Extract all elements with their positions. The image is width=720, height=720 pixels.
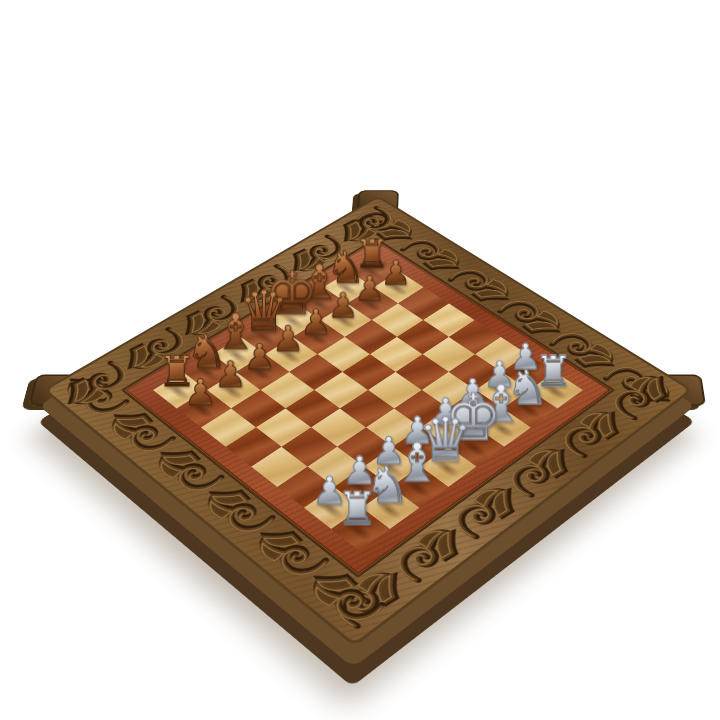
chess-board: ♜♟♟♜♞♟♟♞♝♟♟♝♚♟♟♚♛♟♟♛♝♟♟♝♞♟♟♞♜♟♟♜ — [43, 196, 694, 647]
product-photo-stage: ♜♟♟♜♞♟♟♞♝♟♟♝♚♟♟♚♛♟♟♛♝♟♟♝♞♟♟♞♜♟♟♜ — [0, 0, 720, 720]
black-pawn[interactable]: ♟ — [165, 376, 236, 411]
white-rook[interactable]: ♜ — [319, 488, 395, 531]
perspective-scene: ♜♟♟♜♞♟♟♞♝♟♟♝♚♟♟♚♛♟♟♛♝♟♟♝♞♟♟♞♜♟♟♜ — [0, 0, 720, 720]
